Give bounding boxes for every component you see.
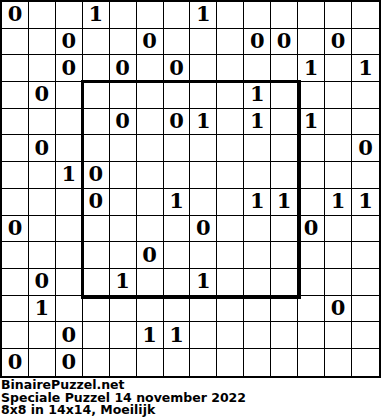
cell-r0c1[interactable] <box>29 2 56 29</box>
cell-r11c13[interactable] <box>352 296 379 323</box>
cell-r13c9[interactable] <box>244 349 271 376</box>
cell-r4c2[interactable] <box>56 109 83 136</box>
cell-r8c7[interactable]: 0 <box>190 216 217 243</box>
cell-r5c13[interactable]: 0 <box>352 135 379 162</box>
cell-r8c12[interactable] <box>325 216 352 243</box>
cell-r0c7[interactable]: 1 <box>190 2 217 29</box>
cell-r8c10[interactable] <box>271 216 298 243</box>
cell-r1c13[interactable] <box>352 29 379 56</box>
puzzle-spec: 8x8 in 14x14, Moeilijk <box>1 404 381 417</box>
cell-r10c0[interactable] <box>2 269 29 296</box>
cell-r5c2[interactable] <box>56 135 83 162</box>
cell-r10c9[interactable] <box>244 269 271 296</box>
cell-r13c3[interactable] <box>83 349 110 376</box>
cell-r12c1[interactable] <box>29 322 56 349</box>
cell-r4c1[interactable] <box>29 109 56 136</box>
cell-r13c11[interactable] <box>298 349 325 376</box>
cell-r8c0[interactable]: 0 <box>2 216 29 243</box>
cell-r5c0[interactable] <box>2 135 29 162</box>
cell-r7c0[interactable] <box>2 189 29 216</box>
cell-r11c10[interactable] <box>271 296 298 323</box>
cell-r3c7[interactable] <box>190 82 217 109</box>
cell-r2c9[interactable] <box>244 55 271 82</box>
cell-r9c12[interactable] <box>325 242 352 269</box>
cell-r4c4[interactable]: 0 <box>110 109 137 136</box>
cell-r3c12[interactable] <box>325 82 352 109</box>
cell-r4c0[interactable] <box>2 109 29 136</box>
cell-r9c6[interactable] <box>164 242 191 269</box>
cell-r4c10[interactable] <box>271 109 298 136</box>
cell-r6c10[interactable] <box>271 162 298 189</box>
cell-r12c11[interactable] <box>298 322 325 349</box>
cell-r8c11[interactable]: 0 <box>298 216 325 243</box>
cell-r9c7[interactable] <box>190 242 217 269</box>
cell-r9c8[interactable] <box>217 242 244 269</box>
cell-r7c8[interactable] <box>217 189 244 216</box>
cell-r2c2[interactable]: 0 <box>56 55 83 82</box>
cell-r10c8[interactable] <box>217 269 244 296</box>
cell-r1c8[interactable] <box>217 29 244 56</box>
cell-r4c8[interactable] <box>217 109 244 136</box>
cell-r2c0[interactable] <box>2 55 29 82</box>
cell-r8c6[interactable] <box>164 216 191 243</box>
cell-r6c2[interactable]: 1 <box>56 162 83 189</box>
cell-r8c5[interactable] <box>137 216 164 243</box>
cell-r13c6[interactable] <box>164 349 191 376</box>
cell-r7c12[interactable]: 1 <box>325 189 352 216</box>
cell-r10c13[interactable] <box>352 269 379 296</box>
cell-r4c13[interactable] <box>352 109 379 136</box>
cell-r1c5[interactable]: 0 <box>137 29 164 56</box>
cell-r3c2[interactable] <box>56 82 83 109</box>
cell-r5c1[interactable]: 0 <box>29 135 56 162</box>
cell-r10c3[interactable] <box>83 269 110 296</box>
cell-r0c8[interactable] <box>217 2 244 29</box>
cell-r13c10[interactable] <box>271 349 298 376</box>
cell-r7c10[interactable]: 1 <box>271 189 298 216</box>
cell-r3c6[interactable] <box>164 82 191 109</box>
cell-r2c11[interactable]: 1 <box>298 55 325 82</box>
cell-r6c7[interactable] <box>190 162 217 189</box>
cell-r4c5[interactable] <box>137 109 164 136</box>
cell-r12c2[interactable]: 0 <box>56 322 83 349</box>
cell-r7c6[interactable]: 1 <box>164 189 191 216</box>
cell-r6c5[interactable] <box>137 162 164 189</box>
cell-r3c11[interactable] <box>298 82 325 109</box>
cell-r3c4[interactable] <box>110 82 137 109</box>
cell-r6c4[interactable] <box>110 162 137 189</box>
cell-r0c0[interactable]: 0 <box>2 2 29 29</box>
puzzle-page: 0110000000011010011100100111110000011100… <box>0 0 381 419</box>
cell-r0c10[interactable] <box>271 2 298 29</box>
cell-r1c0[interactable] <box>2 29 29 56</box>
cell-r6c12[interactable] <box>325 162 352 189</box>
cell-r5c7[interactable] <box>190 135 217 162</box>
cell-r6c3[interactable]: 0 <box>83 162 110 189</box>
cell-r6c13[interactable] <box>352 162 379 189</box>
cell-r9c0[interactable] <box>2 242 29 269</box>
cell-r11c5[interactable] <box>137 296 164 323</box>
cell-r0c4[interactable] <box>110 2 137 29</box>
cell-r11c0[interactable] <box>2 296 29 323</box>
cell-r9c2[interactable] <box>56 242 83 269</box>
binary-puzzle-board: 0110000000011010011100100111110000011100… <box>0 0 381 378</box>
cell-r5c12[interactable] <box>325 135 352 162</box>
cell-r8c4[interactable] <box>110 216 137 243</box>
cell-r9c4[interactable] <box>110 242 137 269</box>
cell-r0c6[interactable] <box>164 2 191 29</box>
cell-r9c1[interactable] <box>29 242 56 269</box>
cell-r13c8[interactable] <box>217 349 244 376</box>
cell-r9c11[interactable] <box>298 242 325 269</box>
cell-r3c10[interactable] <box>271 82 298 109</box>
cell-r7c3[interactable]: 0 <box>83 189 110 216</box>
cell-r6c9[interactable] <box>244 162 271 189</box>
cell-r13c0[interactable]: 0 <box>2 349 29 376</box>
cell-r5c4[interactable] <box>110 135 137 162</box>
cell-r1c12[interactable]: 0 <box>325 29 352 56</box>
cell-r12c8[interactable] <box>217 322 244 349</box>
cell-r11c6[interactable] <box>164 296 191 323</box>
cell-r9c3[interactable] <box>83 242 110 269</box>
cell-r11c11[interactable] <box>298 296 325 323</box>
cell-r4c3[interactable] <box>83 109 110 136</box>
cell-r6c11[interactable] <box>298 162 325 189</box>
cell-r11c7[interactable] <box>190 296 217 323</box>
cell-r10c1[interactable]: 0 <box>29 269 56 296</box>
cell-r0c3[interactable]: 1 <box>83 2 110 29</box>
cell-r7c9[interactable]: 1 <box>244 189 271 216</box>
cell-r13c13[interactable] <box>352 349 379 376</box>
cell-r9c10[interactable] <box>271 242 298 269</box>
cell-r5c10[interactable] <box>271 135 298 162</box>
puzzle-grid: 0110000000011010011100100111110000011100… <box>2 2 379 376</box>
cell-r2c12[interactable] <box>325 55 352 82</box>
cell-r11c1[interactable]: 1 <box>29 296 56 323</box>
cell-r2c5[interactable] <box>137 55 164 82</box>
cell-r12c9[interactable] <box>244 322 271 349</box>
cell-r3c1[interactable]: 0 <box>29 82 56 109</box>
caption: BinairePuzzel.net Speciale Puzzel 14 nov… <box>0 378 381 418</box>
cell-r1c11[interactable] <box>298 29 325 56</box>
cell-r10c6[interactable] <box>164 269 191 296</box>
cell-r11c3[interactable] <box>83 296 110 323</box>
cell-r8c3[interactable] <box>83 216 110 243</box>
cell-r10c2[interactable] <box>56 269 83 296</box>
cell-r2c13[interactable]: 1 <box>352 55 379 82</box>
cell-r10c5[interactable] <box>137 269 164 296</box>
cell-r3c0[interactable] <box>2 82 29 109</box>
cell-r3c9[interactable]: 1 <box>244 82 271 109</box>
cell-r9c13[interactable] <box>352 242 379 269</box>
cell-r1c7[interactable] <box>190 29 217 56</box>
cell-r10c7[interactable]: 1 <box>190 269 217 296</box>
cell-r0c13[interactable] <box>352 2 379 29</box>
cell-r0c12[interactable] <box>325 2 352 29</box>
cell-r7c5[interactable] <box>137 189 164 216</box>
cell-r12c5[interactable]: 1 <box>137 322 164 349</box>
cell-r13c4[interactable] <box>110 349 137 376</box>
cell-r4c9[interactable]: 1 <box>244 109 271 136</box>
cell-r6c8[interactable] <box>217 162 244 189</box>
cell-r7c1[interactable] <box>29 189 56 216</box>
cell-r8c9[interactable] <box>244 216 271 243</box>
cell-r7c13[interactable]: 1 <box>352 189 379 216</box>
cell-r5c5[interactable] <box>137 135 164 162</box>
cell-r12c13[interactable] <box>352 322 379 349</box>
cell-r12c0[interactable] <box>2 322 29 349</box>
cell-r5c6[interactable] <box>164 135 191 162</box>
cell-r5c3[interactable] <box>83 135 110 162</box>
cell-r12c12[interactable] <box>325 322 352 349</box>
cell-r12c7[interactable] <box>190 322 217 349</box>
cell-r6c0[interactable] <box>2 162 29 189</box>
cell-r4c7[interactable]: 1 <box>190 109 217 136</box>
cell-r2c3[interactable] <box>83 55 110 82</box>
cell-r5c9[interactable] <box>244 135 271 162</box>
cell-r7c7[interactable] <box>190 189 217 216</box>
cell-r11c12[interactable]: 0 <box>325 296 352 323</box>
cell-r1c2[interactable]: 0 <box>56 29 83 56</box>
cell-r8c1[interactable] <box>29 216 56 243</box>
cell-r12c4[interactable] <box>110 322 137 349</box>
cell-r13c7[interactable] <box>190 349 217 376</box>
cell-r2c4[interactable]: 0 <box>110 55 137 82</box>
cell-r4c6[interactable]: 0 <box>164 109 191 136</box>
cell-r0c9[interactable] <box>244 2 271 29</box>
cell-r10c10[interactable] <box>271 269 298 296</box>
cell-r1c9[interactable]: 0 <box>244 29 271 56</box>
cell-r12c6[interactable]: 1 <box>164 322 191 349</box>
cell-r8c8[interactable] <box>217 216 244 243</box>
cell-r13c5[interactable] <box>137 349 164 376</box>
cell-r3c3[interactable] <box>83 82 110 109</box>
cell-r0c11[interactable] <box>298 2 325 29</box>
cell-r1c4[interactable] <box>110 29 137 56</box>
cell-r4c11[interactable]: 1 <box>298 109 325 136</box>
cell-r11c4[interactable] <box>110 296 137 323</box>
cell-r10c11[interactable] <box>298 269 325 296</box>
cell-r2c8[interactable] <box>217 55 244 82</box>
cell-r0c2[interactable] <box>56 2 83 29</box>
cell-r7c2[interactable] <box>56 189 83 216</box>
cell-r12c3[interactable] <box>83 322 110 349</box>
cell-r2c1[interactable] <box>29 55 56 82</box>
cell-r2c7[interactable] <box>190 55 217 82</box>
cell-r5c8[interactable] <box>217 135 244 162</box>
cell-r3c13[interactable] <box>352 82 379 109</box>
cell-r3c8[interactable] <box>217 82 244 109</box>
cell-r11c8[interactable] <box>217 296 244 323</box>
cell-r9c9[interactable] <box>244 242 271 269</box>
cell-r12c10[interactable] <box>271 322 298 349</box>
cell-r7c4[interactable] <box>110 189 137 216</box>
cell-r13c1[interactable] <box>29 349 56 376</box>
cell-r1c10[interactable]: 0 <box>271 29 298 56</box>
cell-r1c3[interactable] <box>83 29 110 56</box>
cell-r3c5[interactable] <box>137 82 164 109</box>
cell-r11c2[interactable] <box>56 296 83 323</box>
cell-r8c2[interactable] <box>56 216 83 243</box>
cell-r6c6[interactable] <box>164 162 191 189</box>
cell-r9c5[interactable]: 0 <box>137 242 164 269</box>
cell-r0c5[interactable] <box>137 2 164 29</box>
cell-r2c10[interactable] <box>271 55 298 82</box>
cell-r10c12[interactable] <box>325 269 352 296</box>
cell-r5c11[interactable] <box>298 135 325 162</box>
cell-r8c13[interactable] <box>352 216 379 243</box>
cell-r1c1[interactable] <box>29 29 56 56</box>
cell-r1c6[interactable] <box>164 29 191 56</box>
cell-r11c9[interactable] <box>244 296 271 323</box>
cell-r13c2[interactable]: 0 <box>56 349 83 376</box>
cell-r10c4[interactable]: 1 <box>110 269 137 296</box>
cell-r2c6[interactable]: 0 <box>164 55 191 82</box>
cell-r4c12[interactable] <box>325 109 352 136</box>
cell-r13c12[interactable] <box>325 349 352 376</box>
cell-r6c1[interactable] <box>29 162 56 189</box>
cell-r7c11[interactable] <box>298 189 325 216</box>
